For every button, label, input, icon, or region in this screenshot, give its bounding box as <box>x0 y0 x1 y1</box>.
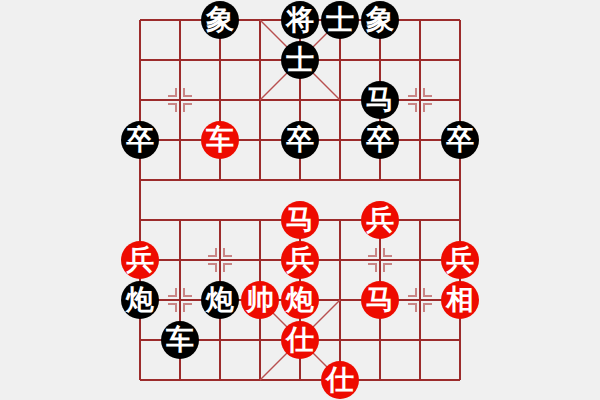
piece-black-elephant[interactable]: 象 <box>201 1 239 39</box>
piece-red-elephant[interactable]: 相 <box>441 281 479 319</box>
piece-red-soldier[interactable]: 兵 <box>361 201 399 239</box>
piece-red-cannon[interactable]: 炮 <box>281 281 319 319</box>
piece-red-general[interactable]: 帅 <box>241 281 279 319</box>
piece-black-soldier[interactable]: 卒 <box>441 121 479 159</box>
piece-red-soldier[interactable]: 兵 <box>281 241 319 279</box>
piece-black-horse[interactable]: 马 <box>361 81 399 119</box>
piece-black-soldier[interactable]: 卒 <box>281 121 319 159</box>
piece-black-advisor[interactable]: 士 <box>321 1 359 39</box>
piece-red-soldier[interactable]: 兵 <box>441 241 479 279</box>
piece-black-cannon[interactable]: 炮 <box>121 281 159 319</box>
piece-red-soldier[interactable]: 兵 <box>121 241 159 279</box>
piece-red-horse[interactable]: 马 <box>361 281 399 319</box>
piece-red-horse[interactable]: 马 <box>281 201 319 239</box>
piece-red-advisor[interactable]: 仕 <box>281 321 319 359</box>
piece-black-advisor[interactable]: 士 <box>281 41 319 79</box>
piece-black-elephant[interactable]: 象 <box>361 1 399 39</box>
piece-black-cannon[interactable]: 炮 <box>201 281 239 319</box>
piece-red-chariot[interactable]: 车 <box>201 121 239 159</box>
piece-grid: 象将士象士马卒车卒卒卒马兵兵兵兵炮炮帅炮马相车仕仕 <box>120 0 480 400</box>
piece-black-general[interactable]: 将 <box>281 1 319 39</box>
xiangqi-board[interactable]: 象将士象士马卒车卒卒卒马兵兵兵兵炮炮帅炮马相车仕仕 <box>0 0 600 400</box>
piece-black-soldier[interactable]: 卒 <box>121 121 159 159</box>
piece-red-advisor[interactable]: 仕 <box>321 361 359 399</box>
piece-black-soldier[interactable]: 卒 <box>361 121 399 159</box>
piece-black-chariot[interactable]: 车 <box>161 321 199 359</box>
